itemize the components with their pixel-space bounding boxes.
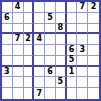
sudoku-cell-r7c8[interactable] — [77, 67, 88, 78]
sudoku-cell-r9c7[interactable] — [67, 88, 78, 99]
sudoku-cell-r2c8[interactable] — [77, 13, 88, 24]
sudoku-cell-r3c9[interactable] — [88, 24, 99, 35]
sudoku-cell-r2c5[interactable]: 5 — [45, 13, 56, 24]
sudoku-cell-r2c6[interactable] — [56, 13, 67, 24]
sudoku-cell-r5c9[interactable] — [88, 45, 99, 56]
sudoku-cell-r2c4[interactable] — [34, 13, 45, 24]
sudoku-cell-r6c1[interactable] — [2, 56, 13, 67]
sudoku-cell-r6c3[interactable] — [24, 56, 35, 67]
sudoku-cell-r5c6[interactable] — [56, 45, 67, 56]
sudoku-cell-r7c7[interactable]: 1 — [67, 67, 78, 78]
sudoku-cell-r8c2[interactable] — [13, 77, 24, 88]
sudoku-cell-r2c1[interactable]: 6 — [2, 13, 13, 24]
sudoku-cell-r1c7[interactable] — [67, 2, 78, 13]
sudoku-cell-r9c2[interactable] — [13, 88, 24, 99]
sudoku-cell-r4c3[interactable]: 2 — [24, 34, 35, 45]
sudoku-cell-r7c9[interactable] — [88, 67, 99, 78]
sudoku-cell-r5c3[interactable] — [24, 45, 35, 56]
sudoku-cell-r8c5[interactable] — [45, 77, 56, 88]
sudoku-cell-r4c7[interactable] — [67, 34, 78, 45]
sudoku-cell-r8c1[interactable] — [2, 77, 13, 88]
sudoku-cell-r6c5[interactable] — [45, 56, 56, 67]
sudoku-cell-r1c5[interactable] — [45, 2, 56, 13]
sudoku-cell-r5c2[interactable] — [13, 45, 24, 56]
sudoku-cell-r8c6[interactable]: 5 — [56, 77, 67, 88]
sudoku-cell-r1c9[interactable]: 2 — [88, 2, 99, 13]
sudoku-cell-r7c2[interactable] — [13, 67, 24, 78]
sudoku-cell-r4c5[interactable] — [45, 34, 56, 45]
sudoku-cell-r4c8[interactable] — [77, 34, 88, 45]
sudoku-cell-r5c8[interactable]: 3 — [77, 45, 88, 56]
sudoku-cell-r8c7[interactable] — [67, 77, 78, 88]
sudoku-cell-r9c9[interactable] — [88, 88, 99, 99]
sudoku-cell-r1c8[interactable]: 7 — [77, 2, 88, 13]
sudoku-cell-r6c2[interactable] — [13, 56, 24, 67]
sudoku-cell-r9c5[interactable] — [45, 88, 56, 99]
sudoku-cell-r8c9[interactable] — [88, 77, 99, 88]
sudoku-cell-r3c1[interactable] — [2, 24, 13, 35]
sudoku-cell-r2c7[interactable] — [67, 13, 78, 24]
sudoku-cell-r7c3[interactable] — [24, 67, 35, 78]
sudoku-cell-r3c2[interactable] — [13, 24, 24, 35]
sudoku-cell-r4c1[interactable] — [2, 34, 13, 45]
sudoku-cell-r1c4[interactable] — [34, 2, 45, 13]
sudoku-cell-r6c9[interactable] — [88, 56, 99, 67]
sudoku-cell-r9c6[interactable] — [56, 88, 67, 99]
sudoku-cell-r3c4[interactable] — [34, 24, 45, 35]
sudoku-cell-r3c8[interactable] — [77, 24, 88, 35]
sudoku-cell-r9c3[interactable] — [24, 88, 35, 99]
sudoku-cell-r2c3[interactable] — [24, 13, 35, 24]
sudoku-cell-r3c7[interactable] — [67, 24, 78, 35]
sudoku-cell-r3c5[interactable] — [45, 24, 56, 35]
sudoku-cell-r1c6[interactable] — [56, 2, 67, 13]
sudoku-cell-r8c3[interactable] — [24, 77, 35, 88]
sudoku-cell-r7c1[interactable]: 3 — [2, 67, 13, 78]
sudoku-cell-r9c8[interactable] — [77, 88, 88, 99]
sudoku-cell-r9c4[interactable]: 7 — [34, 88, 45, 99]
sudoku-cell-r9c1[interactable] — [2, 88, 13, 99]
sudoku-cell-r4c2[interactable]: 7 — [13, 34, 24, 45]
sudoku-cell-r4c9[interactable] — [88, 34, 99, 45]
sudoku-cell-r6c6[interactable] — [56, 56, 67, 67]
sudoku-cell-r7c4[interactable] — [34, 67, 45, 78]
sudoku-cell-r5c5[interactable] — [45, 45, 56, 56]
sudoku-cell-r2c2[interactable] — [13, 13, 24, 24]
sudoku-cell-r2c9[interactable] — [88, 13, 99, 24]
sudoku-cell-r6c8[interactable] — [77, 56, 88, 67]
sudoku-cell-r1c1[interactable] — [2, 2, 13, 13]
sudoku-board: 47265872463536157 — [0, 0, 101, 101]
sudoku-cell-r5c4[interactable] — [34, 45, 45, 56]
sudoku-cell-r7c5[interactable]: 6 — [45, 67, 56, 78]
sudoku-cell-r3c3[interactable] — [24, 24, 35, 35]
sudoku-cell-r8c4[interactable] — [34, 77, 45, 88]
sudoku-cell-r4c6[interactable] — [56, 34, 67, 45]
sudoku-cell-r6c7[interactable]: 5 — [67, 56, 78, 67]
sudoku-cell-r5c7[interactable]: 6 — [67, 45, 78, 56]
sudoku-cell-r6c4[interactable] — [34, 56, 45, 67]
sudoku-cell-r5c1[interactable] — [2, 45, 13, 56]
sudoku-cell-r7c6[interactable] — [56, 67, 67, 78]
sudoku-cell-r1c2[interactable]: 4 — [13, 2, 24, 13]
sudoku-cell-r1c3[interactable] — [24, 2, 35, 13]
sudoku-cell-r4c4[interactable]: 4 — [34, 34, 45, 45]
sudoku-cell-r3c6[interactable]: 8 — [56, 24, 67, 35]
sudoku-cell-r8c8[interactable] — [77, 77, 88, 88]
